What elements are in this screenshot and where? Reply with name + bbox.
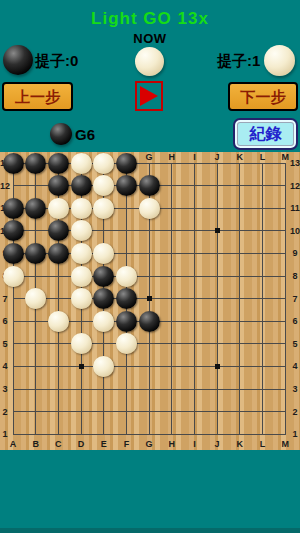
last-move-label: G6 (75, 126, 95, 143)
white-stone-A8 (3, 266, 24, 287)
white-stone-D8 (71, 266, 92, 287)
row-label-right: 2 (290, 407, 300, 417)
white-stone-D7 (71, 288, 92, 309)
app-title: Light GO 13x (0, 9, 300, 29)
grid-vline (194, 163, 195, 435)
black-stone-C9 (48, 243, 69, 264)
row-label-right: 10 (290, 226, 300, 236)
row-label-left: 4 (0, 361, 10, 371)
star-point (79, 364, 84, 369)
white-stone-G11 (139, 198, 160, 219)
white-stone-C11 (48, 198, 69, 219)
black-stone-C12 (48, 175, 69, 196)
row-label-left: 3 (0, 384, 10, 394)
row-label-right: 4 (290, 361, 300, 371)
record-button[interactable]: 紀錄 (233, 118, 298, 150)
white-stone-E11 (93, 198, 114, 219)
play-button[interactable] (135, 81, 163, 111)
grid-vline (239, 163, 240, 435)
row-label-left: 2 (0, 407, 10, 417)
last-move-stone-icon (50, 123, 72, 145)
black-stone-A13 (3, 153, 24, 174)
grid-vline (217, 163, 218, 435)
grid-hline (13, 366, 286, 367)
col-label-bottom: H (166, 439, 178, 449)
black-stone-C10 (48, 220, 69, 241)
col-label-top: I (188, 152, 200, 162)
black-stone-G12 (139, 175, 160, 196)
row-label-right: 13 (290, 158, 300, 168)
white-stone-C6 (48, 311, 69, 332)
grid-hline (13, 343, 286, 344)
black-stone-F7 (116, 288, 137, 309)
black-stone-E7 (93, 288, 114, 309)
col-label-top: G (143, 152, 155, 162)
black-stone-B11 (25, 198, 46, 219)
row-label-left: 5 (0, 339, 10, 349)
row-label-right: 12 (290, 181, 300, 191)
grid-vline (262, 163, 263, 435)
row-label-left: 6 (0, 316, 10, 326)
row-label-right: 11 (290, 203, 300, 213)
white-player-stone-icon (264, 45, 295, 76)
col-label-bottom: D (75, 439, 87, 449)
col-label-top: K (234, 152, 246, 162)
grid-vline (285, 163, 286, 435)
grid-hline (13, 276, 286, 277)
now-label: NOW (0, 31, 300, 46)
row-label-left: 12 (0, 181, 10, 191)
black-stone-G6 (139, 311, 160, 332)
white-stone-E13 (93, 153, 114, 174)
black-player-stone-icon (3, 45, 33, 75)
col-label-top: H (166, 152, 178, 162)
col-label-bottom: L (256, 439, 268, 449)
black-stone-A10 (3, 220, 24, 241)
grid-hline (13, 434, 286, 435)
white-stone-D13 (71, 153, 92, 174)
white-stone-F5 (116, 333, 137, 354)
col-label-bottom: C (52, 439, 64, 449)
grid-hline (13, 411, 286, 412)
star-point (215, 364, 220, 369)
col-label-top: L (256, 152, 268, 162)
black-stone-A9 (3, 243, 24, 264)
play-icon (140, 86, 158, 106)
black-stone-F6 (116, 311, 137, 332)
black-stone-B13 (25, 153, 46, 174)
row-label-right: 7 (290, 294, 300, 304)
grid-hline (13, 389, 286, 390)
black-stone-E8 (93, 266, 114, 287)
col-label-bottom: A (7, 439, 19, 449)
white-stone-E9 (93, 243, 114, 264)
now-turn-stone-icon (135, 47, 164, 76)
black-stone-B9 (25, 243, 46, 264)
white-stone-D10 (71, 220, 92, 241)
white-stone-E4 (93, 356, 114, 377)
black-stone-F12 (116, 175, 137, 196)
white-stone-F8 (116, 266, 137, 287)
col-label-bottom: E (98, 439, 110, 449)
white-stone-D9 (71, 243, 92, 264)
col-label-bottom: M (279, 439, 291, 449)
col-label-bottom: F (120, 439, 132, 449)
black-captures-label: 提子:0 (35, 52, 78, 71)
row-label-right: 8 (290, 271, 300, 281)
white-stone-E6 (93, 311, 114, 332)
black-stone-D12 (71, 175, 92, 196)
col-label-bottom: B (30, 439, 42, 449)
prev-move-button[interactable]: 上一步 (2, 82, 73, 111)
col-label-bottom: J (211, 439, 223, 449)
col-label-top: J (211, 152, 223, 162)
grid-vline (171, 163, 172, 435)
white-stone-D11 (71, 198, 92, 219)
row-label-right: 1 (290, 429, 300, 439)
row-label-left: 7 (0, 294, 10, 304)
black-stone-A11 (3, 198, 24, 219)
black-stone-C13 (48, 153, 69, 174)
row-label-right: 9 (290, 248, 300, 258)
black-stone-F13 (116, 153, 137, 174)
white-stone-D5 (71, 333, 92, 354)
star-point (147, 296, 152, 301)
go-board[interactable]: AABBCCDDEEFFGGHHIIJJKKLLMM13131212111110… (0, 152, 300, 450)
star-point (215, 228, 220, 233)
row-label-right: 5 (290, 339, 300, 349)
next-move-button[interactable]: 下一步 (228, 82, 298, 111)
white-captures-label: 提子:1 (217, 52, 260, 71)
col-label-bottom: K (234, 439, 246, 449)
white-stone-E12 (93, 175, 114, 196)
row-label-left: 1 (0, 429, 10, 439)
white-stone-B7 (25, 288, 46, 309)
col-label-bottom: I (188, 439, 200, 449)
bottom-strip (0, 528, 300, 533)
row-label-right: 3 (290, 384, 300, 394)
row-label-right: 6 (290, 316, 300, 326)
col-label-bottom: G (143, 439, 155, 449)
